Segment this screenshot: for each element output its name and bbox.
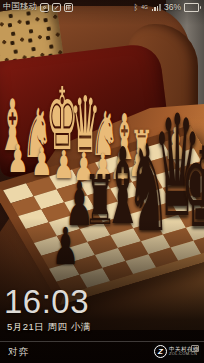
watermark-site-url: ZOL.COM.CN <box>169 352 199 356</box>
zol-logo: Z <box>154 345 167 358</box>
clock-date: 5月21日 周四 小满 <box>7 321 91 334</box>
battery-icon <box>184 3 201 12</box>
signal-bars-icon <box>152 4 161 11</box>
carrier-label: 中国移动 <box>3 1 37 13</box>
wallpaper-title: 对弈 <box>8 346 29 359</box>
app-grid-icon <box>64 3 73 12</box>
alarm-icon <box>40 3 49 12</box>
lock-screen[interactable]: ♝♞♚♛♞♝♜♟♟♟♟♟♟♟♟♟♟♜♝♞♛♚ 中国移动 ᛒ 4G 36% 16:… <box>0 0 204 363</box>
battery-tip <box>200 6 202 9</box>
bluetooth-icon: ᛒ <box>134 3 139 12</box>
camera-icon <box>191 345 199 352</box>
divider-line <box>0 341 204 342</box>
clock-time: 16:03 <box>4 283 89 321</box>
status-bar: 中国移动 ᛒ 4G 36% <box>0 0 204 14</box>
silent-icon <box>52 3 61 12</box>
watermark: Z 中关村在线 ZOL.COM.CN <box>152 343 201 360</box>
battery-percent: 36% <box>164 2 181 12</box>
network-type-label: 4G <box>141 4 148 10</box>
